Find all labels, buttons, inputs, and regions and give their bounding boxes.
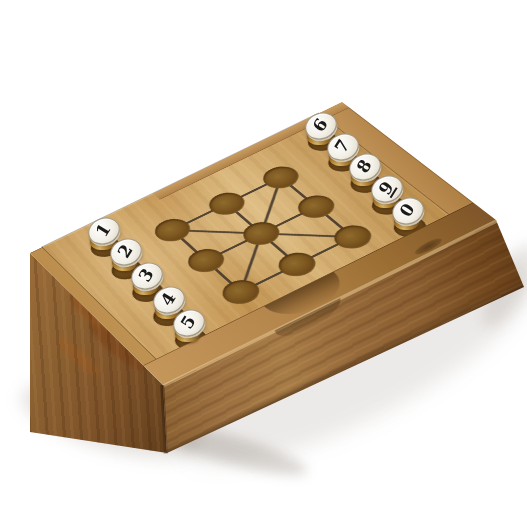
wood-grain-streak (53, 332, 104, 380)
board-hole-r1c2[interactable] (291, 191, 341, 222)
board-hole-r1c0[interactable] (181, 244, 230, 276)
board-hole-r0c1[interactable] (203, 188, 252, 219)
peg-5[interactable]: 5 (172, 309, 204, 349)
peg-0[interactable]: 0 (391, 197, 423, 237)
photo-stage: 1234567890 (0, 0, 527, 527)
board-hole-r2c2[interactable] (327, 221, 378, 253)
board-hole-r2c0[interactable] (216, 275, 267, 308)
board-hole-r1c1[interactable] (237, 218, 287, 250)
board-hole-r0c2[interactable] (256, 162, 305, 193)
board-hole-r2c1[interactable] (272, 248, 323, 281)
board-hole-r0c0[interactable] (148, 215, 196, 246)
